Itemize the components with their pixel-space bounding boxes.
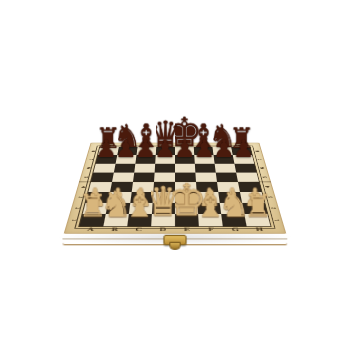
file-label-back: E	[175, 143, 194, 147]
piece-black-pawn: ♟	[214, 136, 234, 160]
black-pawn-icon: ♟	[194, 136, 216, 160]
file-label-back: D	[156, 143, 175, 147]
piece-black-pawn: ♟	[116, 136, 136, 160]
piece-black-pawn: ♟	[175, 136, 195, 160]
piece-white-rook: ♜	[246, 191, 270, 222]
rank-label-right: 7	[248, 157, 269, 162]
rank-label-left: 6	[78, 165, 100, 170]
brass-clasp-hasp-icon	[169, 242, 181, 250]
rank-label-right: 5	[253, 175, 275, 180]
black-pawn-icon: ♟	[213, 136, 235, 160]
rank-label-left: 5	[75, 175, 97, 180]
piece-black-pawn: ♟	[155, 136, 175, 160]
file-label-back: C	[137, 143, 156, 147]
black-pawn-icon: ♟	[174, 136, 196, 160]
chess-board: AA11BB22CC33DD44EE55FF66GG77HH88 ♜♞♝♛♚♝♞…	[64, 143, 287, 234]
rank-label-left: 7	[81, 157, 102, 162]
rank-label-right: 6	[250, 165, 272, 170]
black-pawn-icon: ♟	[154, 136, 176, 160]
scene: AA11BB22CC33DD44EE55FF66GG77HH88 ♜♞♝♛♚♝♞…	[0, 0, 350, 350]
black-pawn-icon: ♟	[135, 136, 157, 160]
file-label-back: B	[119, 143, 138, 147]
file-label-back: G	[212, 143, 231, 147]
black-pawn-icon: ♟	[115, 136, 137, 160]
white-rook-icon: ♜	[244, 191, 272, 222]
file-label-back: F	[193, 143, 212, 147]
piece-white-knight: ♞	[222, 186, 246, 222]
product-photo: AA11BB22CC33DD44EE55FF66GG77HH88 ♜♞♝♛♚♝♞…	[0, 0, 350, 350]
rank-label-left: 8	[83, 149, 103, 154]
file-label-back: H	[230, 143, 250, 147]
front-edge	[62, 234, 287, 246]
rank-label-right: 8	[246, 149, 266, 154]
piece-black-pawn: ♟	[195, 136, 215, 160]
file-label-back: A	[100, 143, 120, 147]
piece-black-pawn: ♟	[136, 136, 156, 160]
